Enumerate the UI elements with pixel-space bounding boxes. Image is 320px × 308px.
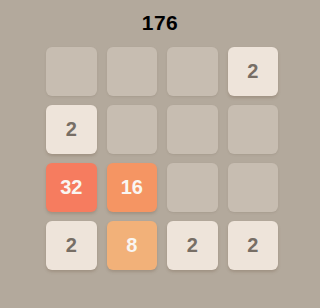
empty-cell: [167, 47, 218, 96]
board-grid[interactable]: 2232162822: [46, 47, 278, 270]
tile-2: 2: [228, 221, 279, 270]
tile-16: 16: [107, 163, 158, 212]
tile-8: 8: [107, 221, 158, 270]
empty-cell: [228, 105, 279, 154]
tile-2: 2: [46, 105, 97, 154]
empty-cell: [107, 47, 158, 96]
empty-cell: [167, 105, 218, 154]
empty-cell: [107, 105, 158, 154]
tile-2: 2: [46, 221, 97, 270]
tile-32: 32: [46, 163, 97, 212]
tile-2: 2: [228, 47, 279, 96]
empty-cell: [228, 163, 279, 212]
empty-cell: [167, 163, 218, 212]
tile-2: 2: [167, 221, 218, 270]
score-display: 176: [0, 11, 320, 35]
empty-cell: [46, 47, 97, 96]
